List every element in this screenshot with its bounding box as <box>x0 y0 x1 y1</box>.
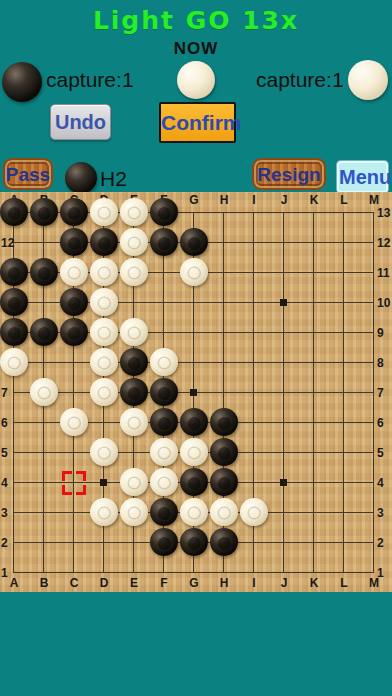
selection-marker <box>62 471 86 495</box>
black-stone: ● <box>150 408 178 436</box>
board-cell[interactable] <box>299 348 329 378</box>
board-cell[interactable] <box>119 438 149 468</box>
board-cell[interactable] <box>59 528 89 558</box>
row-label-left: 6 <box>1 416 8 430</box>
board-cell[interactable] <box>29 228 59 258</box>
board-cell[interactable]: ● <box>59 288 89 318</box>
board-cell[interactable]: ● <box>149 498 179 528</box>
board-cell[interactable]: ● <box>149 228 179 258</box>
board-cell[interactable] <box>239 228 269 258</box>
board-cell[interactable] <box>239 528 269 558</box>
board-cell[interactable] <box>59 348 89 378</box>
board-cell[interactable] <box>179 348 209 378</box>
row-label-right: 9 <box>377 326 384 340</box>
row-label-right: 10 <box>377 296 390 310</box>
board-cell[interactable] <box>239 258 269 288</box>
board-cell[interactable]: ● <box>0 198 29 228</box>
black-stone: ● <box>150 228 178 256</box>
board-cell[interactable] <box>239 318 269 348</box>
board-cell[interactable] <box>179 318 209 348</box>
board-cell[interactable]: ● <box>149 528 179 558</box>
board-cell[interactable] <box>209 288 239 318</box>
board-cell[interactable] <box>299 318 329 348</box>
col-label-top: M <box>366 193 382 207</box>
pass-button[interactable]: Pass <box>3 158 53 190</box>
white-stone: ○ <box>180 438 208 466</box>
board-cell[interactable] <box>29 348 59 378</box>
white-stone: ○ <box>150 348 178 376</box>
black-stone: ● <box>150 198 178 226</box>
board-cell[interactable] <box>209 378 239 408</box>
row-label-left: 3 <box>1 506 8 520</box>
board-cell[interactable]: ● <box>119 378 149 408</box>
board-cell[interactable] <box>329 228 359 258</box>
board-cell[interactable] <box>59 438 89 468</box>
board-cell[interactable]: ○ <box>119 408 149 438</box>
board-cell[interactable] <box>239 438 269 468</box>
confirm-button[interactable]: Confirm <box>159 102 236 143</box>
board-cell[interactable]: ○ <box>119 198 149 228</box>
white-stone: ○ <box>120 468 148 496</box>
board-cell[interactable] <box>269 288 299 318</box>
black-stone: ● <box>210 408 238 436</box>
board-cell[interactable] <box>329 378 359 408</box>
row-label-right: 2 <box>377 536 384 550</box>
board-cell[interactable] <box>299 528 329 558</box>
black-stone: ● <box>0 258 28 286</box>
white-stone: ○ <box>90 438 118 466</box>
col-label-bottom: I <box>246 576 262 590</box>
col-label-bottom: B <box>36 576 52 590</box>
last-move-stone-icon <box>65 162 97 194</box>
board-cell[interactable]: ● <box>149 408 179 438</box>
app-screen: { "app": { "title": "Light GO 13x", "bac… <box>0 0 392 696</box>
board-cell[interactable] <box>239 468 269 498</box>
board-cell[interactable] <box>329 468 359 498</box>
col-label-bottom: L <box>336 576 352 590</box>
black-stone: ● <box>0 318 28 346</box>
board-cell[interactable]: ○ <box>209 498 239 528</box>
star-point <box>280 299 287 306</box>
board-cell[interactable]: ● <box>179 468 209 498</box>
black-stone: ● <box>30 318 58 346</box>
row-label-left: 12 <box>1 236 14 250</box>
col-label-top: G <box>186 193 202 207</box>
board-cell[interactable] <box>179 288 209 318</box>
board-cell[interactable] <box>359 468 389 498</box>
board-cell[interactable]: ○ <box>89 348 119 378</box>
board-cell[interactable]: ○ <box>179 438 209 468</box>
board-cell[interactable] <box>299 468 329 498</box>
col-label-bottom: K <box>306 576 322 590</box>
white-stone: ○ <box>90 318 118 346</box>
col-label-bottom: E <box>126 576 142 590</box>
app-title: Light GO 13x <box>0 6 392 35</box>
col-label-bottom: J <box>276 576 292 590</box>
board-cell[interactable] <box>329 528 359 558</box>
white-capture-count: capture:1 <box>256 68 344 92</box>
row-label-right: 12 <box>377 236 390 250</box>
board-cell[interactable] <box>269 528 299 558</box>
board-cell[interactable] <box>329 258 359 288</box>
board-cell[interactable] <box>239 378 269 408</box>
board-cell[interactable] <box>89 468 119 498</box>
white-stone: ○ <box>150 468 178 496</box>
white-stone: ○ <box>240 498 268 526</box>
board-cell[interactable] <box>299 438 329 468</box>
col-label-top: L <box>336 193 352 207</box>
board-cell[interactable]: ○ <box>119 318 149 348</box>
menu-button[interactable]: Menu <box>337 161 388 193</box>
col-label-top: I <box>246 193 262 207</box>
white-stone: ○ <box>0 348 28 376</box>
black-stone: ● <box>120 378 148 406</box>
board-cell[interactable] <box>119 288 149 318</box>
row-label-right: 1 <box>377 566 384 580</box>
board-cell[interactable] <box>239 288 269 318</box>
white-stone: ○ <box>120 498 148 526</box>
board-cell[interactable] <box>299 498 329 528</box>
board-cell[interactable] <box>149 318 179 348</box>
board-cell[interactable] <box>269 318 299 348</box>
board-cell[interactable] <box>329 438 359 468</box>
white-player-stone-icon <box>348 60 388 100</box>
board-cell[interactable]: ○ <box>89 438 119 468</box>
col-label-bottom: A <box>6 576 22 590</box>
board-cell[interactable] <box>329 348 359 378</box>
black-stone: ● <box>150 498 178 526</box>
go-grid: ●●●○○●●●○●●●●○○○○●●○●●●○○○○●○○○●●○○●●●○○… <box>0 198 389 588</box>
board-cell[interactable] <box>149 258 179 288</box>
board-cell[interactable]: ○ <box>239 498 269 528</box>
board-cell[interactable]: ○ <box>89 258 119 288</box>
last-move-coord: H2 <box>100 167 127 191</box>
board-cell[interactable] <box>209 348 239 378</box>
turn-indicator-label: NOW <box>0 39 392 59</box>
row-label-left: 4 <box>1 476 8 490</box>
board-cell[interactable] <box>329 318 359 348</box>
row-label-right: 11 <box>377 266 390 280</box>
col-label-top: K <box>306 193 322 207</box>
white-stone: ○ <box>30 378 58 406</box>
col-label-bottom: H <box>216 576 232 590</box>
board-cell[interactable]: ○ <box>59 258 89 288</box>
col-label-bottom: D <box>96 576 112 590</box>
board-cell[interactable] <box>359 408 389 438</box>
go-board: ●●●○○●●●○●●●●○○○○●●○●●●○○○○●○○○●●○○●●●○○… <box>0 192 392 592</box>
board-cell[interactable] <box>329 408 359 438</box>
board-cell[interactable] <box>89 408 119 438</box>
white-stone: ○ <box>150 438 178 466</box>
board-cell[interactable]: ● <box>59 228 89 258</box>
board-cell[interactable]: ○ <box>149 468 179 498</box>
board-cell[interactable] <box>239 348 269 378</box>
board-cell[interactable]: ● <box>149 378 179 408</box>
board-cell[interactable]: ● <box>29 318 59 348</box>
row-label-right: 7 <box>377 386 384 400</box>
board-cell[interactable] <box>209 228 239 258</box>
board-cell[interactable] <box>89 528 119 558</box>
black-player-stone-icon <box>2 62 42 102</box>
black-stone: ● <box>210 468 238 496</box>
col-label-top: H <box>216 193 232 207</box>
row-label-right: 13 <box>377 206 390 220</box>
black-stone: ● <box>210 528 238 556</box>
resign-button[interactable]: Resign <box>252 158 326 190</box>
black-stone: ● <box>0 288 28 316</box>
black-stone: ● <box>60 228 88 256</box>
board-cell[interactable]: ● <box>29 198 59 228</box>
star-point <box>280 479 287 486</box>
board-cell[interactable]: ○ <box>89 318 119 348</box>
board-cell[interactable]: ○ <box>149 438 179 468</box>
white-stone: ○ <box>60 258 88 286</box>
board-cell[interactable]: ● <box>179 408 209 438</box>
board-cell[interactable] <box>359 498 389 528</box>
board-cell[interactable] <box>119 528 149 558</box>
board-cell[interactable] <box>209 318 239 348</box>
board-cell[interactable]: ● <box>209 528 239 558</box>
board-cell[interactable] <box>329 288 359 318</box>
board-cell[interactable]: ● <box>209 438 239 468</box>
black-stone: ● <box>180 528 208 556</box>
star-point <box>190 389 197 396</box>
board-cell[interactable]: ○ <box>119 498 149 528</box>
board-cell[interactable]: ○ <box>89 378 119 408</box>
board-cell[interactable]: ○ <box>119 468 149 498</box>
board-cell[interactable]: ○ <box>89 288 119 318</box>
white-stone: ○ <box>210 498 238 526</box>
board-cell[interactable]: ● <box>0 258 29 288</box>
board-cell[interactable]: ○ <box>119 258 149 288</box>
row-label-right: 5 <box>377 446 384 460</box>
col-label-bottom: C <box>66 576 82 590</box>
board-cell[interactable] <box>299 288 329 318</box>
undo-button[interactable]: Undo <box>50 104 111 140</box>
black-stone: ● <box>210 438 238 466</box>
board-cell[interactable]: ● <box>209 468 239 498</box>
black-stone: ● <box>30 198 58 226</box>
board-cell[interactable] <box>359 318 389 348</box>
board-cell[interactable]: ● <box>89 228 119 258</box>
board-cell[interactable]: ● <box>29 258 59 288</box>
board-cell[interactable] <box>29 498 59 528</box>
row-label-right: 3 <box>377 506 384 520</box>
row-label-right: 8 <box>377 356 384 370</box>
white-stone: ○ <box>90 378 118 406</box>
board-cell[interactable]: ● <box>179 528 209 558</box>
board-cell[interactable]: ○ <box>89 198 119 228</box>
black-stone: ● <box>150 528 178 556</box>
board-cell[interactable] <box>269 468 299 498</box>
white-stone: ○ <box>60 408 88 436</box>
board-cell[interactable]: ● <box>149 198 179 228</box>
turn-indicator-stone-icon <box>177 61 215 99</box>
white-stone: ○ <box>90 348 118 376</box>
board-cell[interactable]: ○ <box>89 498 119 528</box>
board-cell[interactable]: ○ <box>0 348 29 378</box>
board-cell[interactable] <box>269 408 299 438</box>
board-cell[interactable] <box>329 498 359 528</box>
board-cell[interactable] <box>179 378 209 408</box>
board-cell[interactable]: ○ <box>179 498 209 528</box>
white-stone: ○ <box>120 258 148 286</box>
black-stone: ● <box>60 318 88 346</box>
board-cell[interactable]: ● <box>0 318 29 348</box>
board-cell[interactable] <box>149 288 179 318</box>
board-cell[interactable] <box>359 438 389 468</box>
board-cell[interactable] <box>269 348 299 378</box>
black-stone: ● <box>30 258 58 286</box>
black-stone: ● <box>180 228 208 256</box>
black-stone: ● <box>180 408 208 436</box>
board-cell[interactable] <box>29 528 59 558</box>
star-point <box>100 479 107 486</box>
board-cell[interactable] <box>269 438 299 468</box>
board-cell[interactable] <box>299 258 329 288</box>
board-cell[interactable] <box>29 408 59 438</box>
board-cell[interactable]: ○ <box>29 378 59 408</box>
col-label-top: J <box>276 193 292 207</box>
black-stone: ● <box>120 348 148 376</box>
black-stone: ● <box>90 228 118 256</box>
board-cell[interactable] <box>269 498 299 528</box>
white-stone: ○ <box>90 498 118 526</box>
black-stone: ● <box>0 198 28 226</box>
white-stone: ○ <box>90 258 118 286</box>
row-label-left: 2 <box>1 536 8 550</box>
board-cell[interactable]: ● <box>209 408 239 438</box>
white-stone: ○ <box>90 198 118 226</box>
row-label-left: 5 <box>1 446 8 460</box>
black-stone: ● <box>180 468 208 496</box>
row-label-right: 6 <box>377 416 384 430</box>
col-label-bottom: G <box>186 576 202 590</box>
board-cell[interactable] <box>269 258 299 288</box>
board-cell[interactable] <box>59 498 89 528</box>
black-stone: ● <box>60 198 88 226</box>
black-stone: ● <box>60 288 88 316</box>
board-cell[interactable]: ○ <box>119 228 149 258</box>
white-stone: ○ <box>180 498 208 526</box>
board-cell[interactable] <box>29 288 59 318</box>
black-capture-count: capture:1 <box>46 68 134 92</box>
white-stone: ○ <box>120 408 148 436</box>
row-label-left: 7 <box>1 386 8 400</box>
row-label-left: 1 <box>1 566 8 580</box>
white-stone: ○ <box>180 258 208 286</box>
board-cell[interactable] <box>359 378 389 408</box>
board-cell[interactable] <box>209 258 239 288</box>
board-cell[interactable]: ● <box>179 228 209 258</box>
board-cell[interactable] <box>299 228 329 258</box>
board-cell[interactable] <box>59 378 89 408</box>
white-stone: ○ <box>120 228 148 256</box>
board-cell[interactable] <box>29 438 59 468</box>
board-cell[interactable] <box>59 468 89 498</box>
white-stone: ○ <box>120 198 148 226</box>
board-cell[interactable]: ○ <box>59 408 89 438</box>
black-stone: ● <box>150 378 178 406</box>
white-stone: ○ <box>90 288 118 316</box>
board-cell[interactable]: ● <box>59 318 89 348</box>
board-cell[interactable] <box>299 378 329 408</box>
board-cell[interactable]: ● <box>0 288 29 318</box>
white-stone: ○ <box>120 318 148 346</box>
board-cell[interactable] <box>239 408 269 438</box>
row-label-right: 4 <box>377 476 384 490</box>
board-cell[interactable]: ○ <box>179 258 209 288</box>
board-cell[interactable] <box>29 468 59 498</box>
board-cell[interactable] <box>269 378 299 408</box>
board-cell[interactable] <box>359 348 389 378</box>
board-cell[interactable]: ○ <box>149 348 179 378</box>
board-cell[interactable] <box>299 408 329 438</box>
board-cell[interactable] <box>359 528 389 558</box>
board-cell[interactable]: ● <box>119 348 149 378</box>
board-cell[interactable] <box>269 228 299 258</box>
board-cell[interactable]: ● <box>59 198 89 228</box>
col-label-bottom: F <box>156 576 172 590</box>
